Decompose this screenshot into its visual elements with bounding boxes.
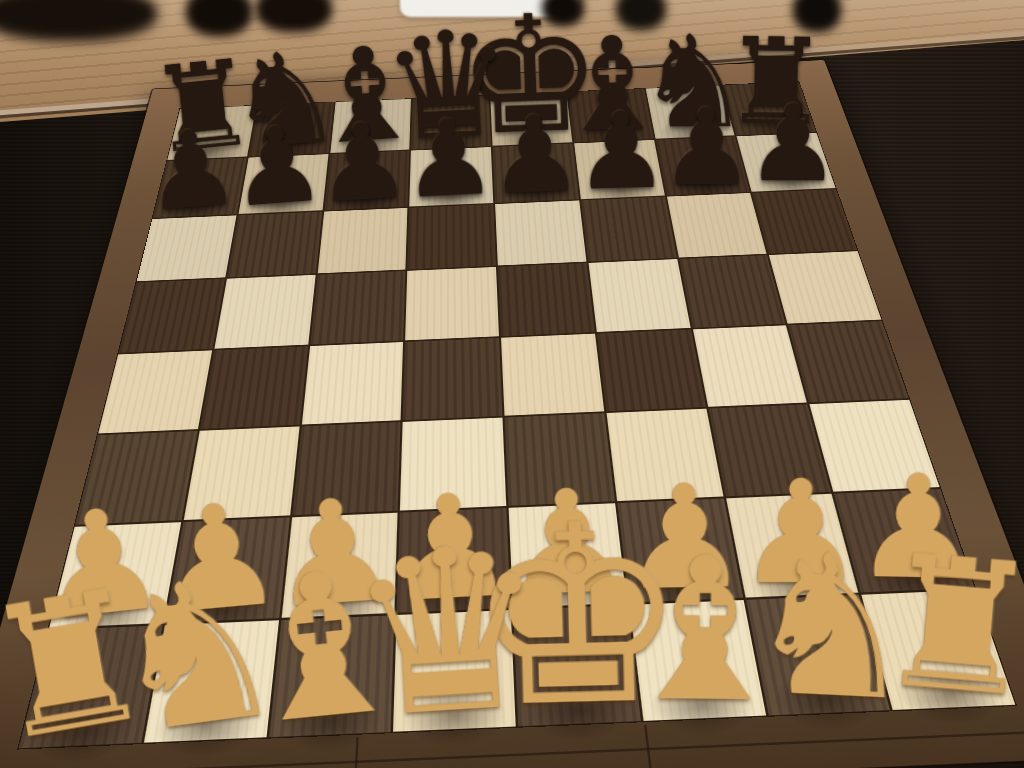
square-c7[interactable]: ♟ (324, 150, 410, 210)
square-c6[interactable] (317, 208, 407, 274)
frame-seam (354, 737, 359, 768)
photo-scene: ♜♞♝♛♚♝♞♜♟♟♟♟♟♟♟♟♟♟♟♟♟♟♟♟♜♞♝♛♚♝♞♜ (0, 0, 1024, 768)
square-a5[interactable] (119, 279, 225, 353)
board-perspective-wrapper: ♜♞♝♛♚♝♞♜♟♟♟♟♟♟♟♟♟♟♟♟♟♟♟♟♜♞♝♛♚♝♞♜ (0, 0, 1024, 768)
piece-white-knight[interactable]: ♞ (741, 543, 924, 711)
piece-black-pawn[interactable]: ♟ (400, 113, 499, 204)
piece-black-pawn[interactable]: ♟ (141, 123, 243, 217)
board-grid: ♜♞♝♛♚♝♞♜♟♟♟♟♟♟♟♟♟♟♟♟♟♟♟♟♜♞♝♛♚♝♞♜ (17, 81, 1017, 749)
square-f5[interactable] (588, 259, 690, 332)
square-e4[interactable] (501, 334, 604, 416)
piece-black-pawn[interactable]: ♟ (486, 110, 584, 200)
square-b5[interactable] (214, 275, 315, 349)
square-f6[interactable] (581, 196, 677, 261)
piece-white-knight[interactable]: ♞ (97, 564, 292, 746)
square-e7[interactable]: ♟ (493, 143, 579, 202)
square-c5[interactable] (310, 271, 406, 344)
piece-black-pawn[interactable]: ♟ (313, 117, 413, 209)
square-d5[interactable] (405, 267, 499, 340)
square-g1[interactable]: ♞ (746, 595, 891, 715)
square-g7[interactable]: ♟ (655, 136, 750, 195)
piece-white-queen[interactable]: ♛ (343, 534, 555, 730)
square-c4[interactable] (301, 342, 403, 424)
chess-board: ♜♞♝♛♚♝♞♜♟♟♟♟♟♟♟♟♟♟♟♟♟♟♟♟♜♞♝♛♚♝♞♜ (0, 60, 1024, 768)
square-d7[interactable]: ♟ (409, 147, 493, 206)
square-h7[interactable]: ♟ (737, 133, 836, 192)
square-e5[interactable] (498, 263, 595, 336)
square-b1[interactable]: ♞ (144, 621, 279, 743)
square-b4[interactable] (200, 346, 308, 429)
piece-black-pawn[interactable]: ♟ (746, 101, 841, 187)
square-g4[interactable] (692, 325, 807, 406)
square-d4[interactable] (403, 338, 502, 420)
piece-black-pawn[interactable]: ♟ (573, 107, 670, 196)
frame-seam (644, 725, 652, 768)
square-g5[interactable] (679, 255, 786, 328)
square-b6[interactable] (227, 211, 322, 277)
square-f7[interactable]: ♟ (574, 140, 664, 199)
square-d1[interactable]: ♛ (393, 610, 515, 731)
square-h4[interactable] (788, 321, 908, 402)
square-d6[interactable] (408, 204, 496, 270)
piece-black-pawn[interactable]: ♟ (659, 104, 754, 191)
square-a4[interactable] (98, 350, 212, 433)
square-g6[interactable] (666, 193, 766, 258)
square-f4[interactable] (597, 329, 706, 411)
square-a6[interactable] (137, 215, 237, 281)
piece-black-pawn[interactable]: ♟ (227, 120, 328, 213)
square-e6[interactable] (495, 200, 586, 266)
square-h6[interactable] (752, 189, 857, 254)
square-h5[interactable] (769, 251, 881, 323)
